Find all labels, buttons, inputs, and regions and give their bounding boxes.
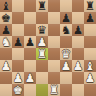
square-f8[interactable] (60, 0, 72, 12)
square-a8[interactable]: ♝ (0, 0, 12, 12)
square-c5[interactable]: ♟ (24, 36, 36, 48)
square-f3[interactable]: ♟ (60, 60, 72, 72)
white-rook[interactable]: ♜ (49, 84, 59, 96)
square-d4[interactable]: ♜ (36, 48, 48, 60)
square-b4[interactable] (12, 48, 24, 60)
white-king[interactable]: ♚ (13, 84, 23, 96)
black-pawn[interactable]: ♟ (13, 36, 23, 48)
square-e3[interactable] (48, 60, 60, 72)
white-pawn[interactable]: ♟ (1, 60, 11, 72)
square-f6[interactable]: ♞ (60, 24, 72, 36)
square-a7[interactable]: ♚ (0, 12, 12, 24)
square-d5[interactable]: ♟ (36, 36, 48, 48)
square-e4[interactable] (48, 48, 60, 60)
square-e1[interactable]: ♜ (48, 84, 60, 96)
black-pawn[interactable]: ♟ (61, 12, 71, 24)
square-h3[interactable]: ♝ (84, 60, 96, 72)
square-h7[interactable]: ♟ (84, 12, 96, 24)
black-knight[interactable]: ♞ (61, 24, 71, 36)
square-g7[interactable] (72, 12, 84, 24)
square-c3[interactable] (24, 60, 36, 72)
square-c1[interactable] (24, 84, 36, 96)
white-rook[interactable]: ♜ (37, 48, 47, 60)
square-e8[interactable] (48, 0, 60, 12)
square-e2[interactable] (48, 72, 60, 84)
square-f1[interactable] (60, 84, 72, 96)
square-c7[interactable] (24, 12, 36, 24)
white-pawn[interactable]: ♟ (85, 72, 95, 84)
white-queen[interactable]: ♛ (61, 48, 71, 60)
square-a2[interactable] (0, 72, 12, 84)
square-c6[interactable] (24, 24, 36, 36)
white-bishop[interactable]: ♝ (85, 60, 95, 72)
square-e7[interactable] (48, 12, 60, 24)
square-a5[interactable]: ♞ (0, 36, 12, 48)
square-b2[interactable]: ♟ (12, 72, 24, 84)
square-b7[interactable] (12, 12, 24, 24)
square-h6[interactable] (84, 24, 96, 36)
white-pawn[interactable]: ♟ (13, 72, 23, 84)
black-pawn[interactable]: ♟ (73, 24, 83, 36)
square-f5[interactable] (60, 36, 72, 48)
black-bishop[interactable]: ♝ (1, 0, 11, 12)
black-pawn[interactable]: ♟ (1, 24, 11, 36)
white-knight[interactable]: ♞ (1, 36, 11, 48)
square-f2[interactable] (60, 72, 72, 84)
square-f7[interactable]: ♟ (60, 12, 72, 24)
black-queen[interactable]: ♛ (37, 24, 47, 36)
square-e5[interactable] (48, 36, 60, 48)
square-b8[interactable] (12, 0, 24, 12)
square-d7[interactable] (36, 12, 48, 24)
square-g5[interactable] (72, 36, 84, 48)
white-pawn[interactable]: ♟ (25, 72, 35, 84)
square-g1[interactable] (72, 84, 84, 96)
black-pawn[interactable]: ♟ (85, 12, 95, 24)
square-b1[interactable]: ♚ (12, 84, 24, 96)
square-f4[interactable]: ♛ (60, 48, 72, 60)
square-c8[interactable] (24, 0, 36, 12)
black-pawn[interactable]: ♟ (25, 36, 35, 48)
square-d8[interactable]: ♜ (36, 0, 48, 12)
square-g4[interactable] (72, 48, 84, 60)
white-pawn[interactable]: ♟ (37, 36, 47, 48)
square-h8[interactable]: ♜ (84, 0, 96, 12)
square-g8[interactable] (72, 0, 84, 12)
square-h5[interactable] (84, 36, 96, 48)
square-a1[interactable] (0, 84, 12, 96)
square-d2[interactable] (36, 72, 48, 84)
square-g3[interactable]: ♟ (72, 60, 84, 72)
chess-board: ♝♜♜♚♟♟♟♛♞♟♞♟♟♟♜♛♟♟♟♝♟♟♟♚♜ (0, 0, 96, 96)
black-king[interactable]: ♚ (1, 12, 11, 24)
white-pawn[interactable]: ♟ (73, 60, 83, 72)
square-d3[interactable] (36, 60, 48, 72)
square-b3[interactable] (12, 60, 24, 72)
square-a4[interactable] (0, 48, 12, 60)
square-a3[interactable]: ♟ (0, 60, 12, 72)
black-rook[interactable]: ♜ (37, 0, 47, 12)
square-c4[interactable] (24, 48, 36, 60)
white-pawn[interactable]: ♟ (61, 60, 71, 72)
square-h1[interactable] (84, 84, 96, 96)
square-g6[interactable]: ♟ (72, 24, 84, 36)
square-e6[interactable] (48, 24, 60, 36)
square-d1[interactable] (36, 84, 48, 96)
square-a6[interactable]: ♟ (0, 24, 12, 36)
square-h4[interactable] (84, 48, 96, 60)
square-b5[interactable]: ♟ (12, 36, 24, 48)
square-b6[interactable] (12, 24, 24, 36)
black-rook[interactable]: ♜ (85, 0, 95, 12)
square-d6[interactable]: ♛ (36, 24, 48, 36)
square-h2[interactable]: ♟ (84, 72, 96, 84)
square-g2[interactable] (72, 72, 84, 84)
square-c2[interactable]: ♟ (24, 72, 36, 84)
